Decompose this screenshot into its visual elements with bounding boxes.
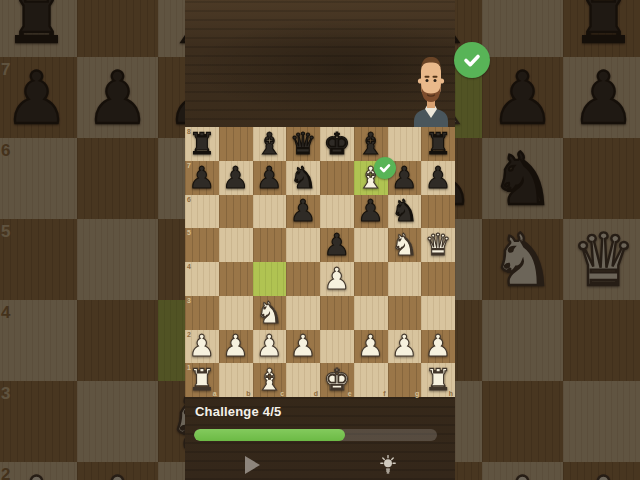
square-h4[interactable] bbox=[421, 262, 455, 296]
black-king: ♚ bbox=[323, 129, 350, 159]
square-b3[interactable] bbox=[219, 296, 253, 330]
square-g3[interactable] bbox=[388, 296, 422, 330]
square-b5[interactable] bbox=[219, 228, 253, 262]
square-c5[interactable] bbox=[253, 228, 287, 262]
black-bishop: ♝ bbox=[357, 129, 384, 159]
square-d5[interactable] bbox=[286, 228, 320, 262]
black-pawn: ♟ bbox=[256, 163, 283, 193]
black-pawn: ♟ bbox=[425, 163, 452, 193]
white-pawn: ♟ bbox=[425, 331, 452, 361]
square-f5[interactable] bbox=[354, 228, 388, 262]
square-b1[interactable]: b bbox=[219, 363, 253, 397]
square-g1[interactable]: g bbox=[388, 363, 422, 397]
white-queen: ♛ bbox=[425, 230, 452, 260]
square-h8[interactable]: ♜ bbox=[421, 127, 455, 161]
white-knight: ♞ bbox=[391, 230, 418, 260]
square-a7[interactable]: 7♟ bbox=[185, 161, 219, 195]
square-g4[interactable] bbox=[388, 262, 422, 296]
square-d3[interactable] bbox=[286, 296, 320, 330]
file-label-d: d bbox=[314, 390, 318, 397]
square-d1[interactable]: d bbox=[286, 363, 320, 397]
square-f8[interactable]: ♝ bbox=[354, 127, 388, 161]
success-check-icon bbox=[454, 42, 490, 78]
rank-label-5: 5 bbox=[187, 229, 191, 236]
screenshot-root: { "game": "chess", "screen": "challenge-… bbox=[0, 0, 640, 480]
square-f6[interactable]: ♟ bbox=[354, 195, 388, 229]
square-d6[interactable]: ♟ bbox=[286, 195, 320, 229]
white-rook: ♜ bbox=[425, 365, 452, 395]
square-f4[interactable] bbox=[354, 262, 388, 296]
check-icon bbox=[378, 161, 392, 175]
square-e7[interactable] bbox=[320, 161, 354, 195]
white-rook: ♜ bbox=[188, 365, 215, 395]
square-e2[interactable] bbox=[320, 330, 354, 364]
square-a3[interactable]: 3 bbox=[185, 296, 219, 330]
square-d2[interactable]: ♟ bbox=[286, 330, 320, 364]
white-pawn: ♟ bbox=[256, 331, 283, 361]
square-a2[interactable]: 2♟ bbox=[185, 330, 219, 364]
file-label-g: g bbox=[415, 390, 419, 397]
square-d8[interactable]: ♛ bbox=[286, 127, 320, 161]
rank-label-3: 3 bbox=[187, 297, 191, 304]
square-a5[interactable]: 5 bbox=[185, 228, 219, 262]
white-pawn: ♟ bbox=[357, 331, 384, 361]
lightbulb-icon bbox=[379, 453, 397, 477]
square-c4[interactable] bbox=[253, 262, 287, 296]
black-pawn: ♟ bbox=[357, 196, 384, 226]
square-c6[interactable] bbox=[253, 195, 287, 229]
play-icon bbox=[245, 456, 260, 474]
rank-label-4: 4 bbox=[187, 263, 191, 270]
phone-screen: 8♜♝♛♚♝♜7♟♟♟♞♝♟♟6♟♟♞5♟♞♛4♟3♞2♟♟♟♟♟♟♟1a♜bc… bbox=[185, 0, 455, 480]
white-pawn: ♟ bbox=[323, 264, 350, 294]
square-a6[interactable]: 6 bbox=[185, 195, 219, 229]
file-label-b: b bbox=[246, 390, 250, 397]
square-h3[interactable] bbox=[421, 296, 455, 330]
square-c8[interactable]: ♝ bbox=[253, 127, 287, 161]
black-pawn: ♟ bbox=[290, 196, 317, 226]
square-e4[interactable]: ♟ bbox=[320, 262, 354, 296]
white-pawn: ♟ bbox=[222, 331, 249, 361]
square-e6[interactable] bbox=[320, 195, 354, 229]
square-c7[interactable]: ♟ bbox=[253, 161, 287, 195]
chess-board[interactable]: 8♜♝♛♚♝♜7♟♟♟♞♝♟♟6♟♟♞5♟♞♛4♟3♞2♟♟♟♟♟♟♟1a♜bc… bbox=[185, 127, 455, 397]
square-a1[interactable]: 1a♜ bbox=[185, 363, 219, 397]
square-h5[interactable]: ♛ bbox=[421, 228, 455, 262]
black-rook: ♜ bbox=[188, 129, 215, 159]
opponent-avatar-icon bbox=[412, 52, 450, 127]
white-pawn: ♟ bbox=[290, 331, 317, 361]
black-knight: ♞ bbox=[290, 163, 317, 193]
square-b6[interactable] bbox=[219, 195, 253, 229]
black-rook: ♜ bbox=[425, 129, 452, 159]
play-button[interactable] bbox=[185, 450, 320, 480]
square-c1[interactable]: c♝ bbox=[253, 363, 287, 397]
square-f3[interactable] bbox=[354, 296, 388, 330]
square-g8[interactable] bbox=[388, 127, 422, 161]
black-knight: ♞ bbox=[391, 196, 418, 226]
square-f2[interactable]: ♟ bbox=[354, 330, 388, 364]
square-a4[interactable]: 4 bbox=[185, 262, 219, 296]
square-h1[interactable]: h♜ bbox=[421, 363, 455, 397]
square-h2[interactable]: ♟ bbox=[421, 330, 455, 364]
black-bishop: ♝ bbox=[256, 129, 283, 159]
challenge-label: Challenge 4/5 bbox=[195, 404, 281, 419]
black-pawn: ♟ bbox=[188, 163, 215, 193]
check-icon bbox=[461, 49, 483, 71]
file-label-f: f bbox=[383, 390, 385, 397]
progress-bar bbox=[194, 429, 437, 441]
square-g6[interactable]: ♞ bbox=[388, 195, 422, 229]
square-e8[interactable]: ♚ bbox=[320, 127, 354, 161]
square-b4[interactable] bbox=[219, 262, 253, 296]
white-pawn: ♟ bbox=[391, 331, 418, 361]
square-d4[interactable] bbox=[286, 262, 320, 296]
white-king: ♚ bbox=[323, 365, 350, 395]
square-f1[interactable]: f bbox=[354, 363, 388, 397]
black-pawn: ♟ bbox=[323, 230, 350, 260]
square-b2[interactable]: ♟ bbox=[219, 330, 253, 364]
black-queen: ♛ bbox=[290, 129, 317, 159]
square-b8[interactable] bbox=[219, 127, 253, 161]
square-e3[interactable] bbox=[320, 296, 354, 330]
square-d7[interactable]: ♞ bbox=[286, 161, 320, 195]
square-g2[interactable]: ♟ bbox=[388, 330, 422, 364]
square-a8[interactable]: 8♜ bbox=[185, 127, 219, 161]
square-g5[interactable]: ♞ bbox=[388, 228, 422, 262]
square-e1[interactable]: e♚ bbox=[320, 363, 354, 397]
rank-label-6: 6 bbox=[187, 196, 191, 203]
black-pawn: ♟ bbox=[222, 163, 249, 193]
white-knight: ♞ bbox=[256, 298, 283, 328]
square-c2[interactable]: ♟ bbox=[253, 330, 287, 364]
square-e5[interactable]: ♟ bbox=[320, 228, 354, 262]
correct-move-check-icon bbox=[374, 157, 396, 179]
square-h6[interactable] bbox=[421, 195, 455, 229]
white-bishop: ♝ bbox=[256, 365, 283, 395]
square-h7[interactable]: ♟ bbox=[421, 161, 455, 195]
square-c3[interactable]: ♞ bbox=[253, 296, 287, 330]
white-pawn: ♟ bbox=[188, 331, 215, 361]
hint-button[interactable] bbox=[320, 450, 455, 480]
progress-fill bbox=[194, 429, 345, 441]
square-b7[interactable]: ♟ bbox=[219, 161, 253, 195]
bottom-controls bbox=[185, 450, 455, 480]
